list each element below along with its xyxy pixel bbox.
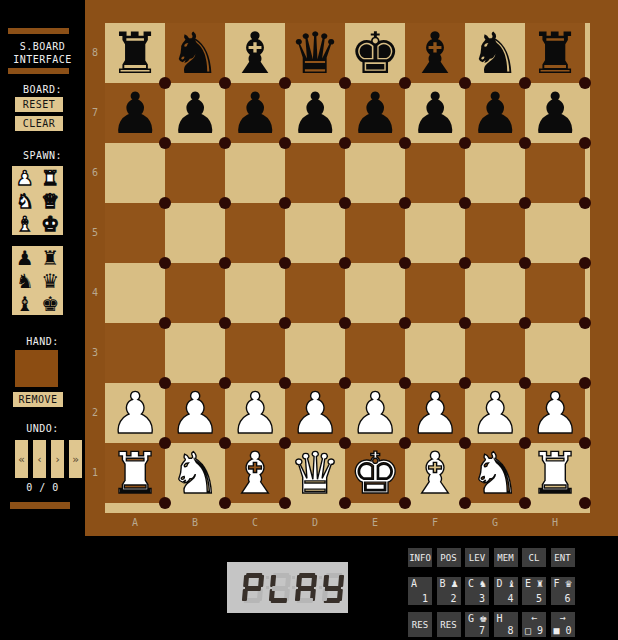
file-label-h: H: [525, 513, 585, 533]
square-a2[interactable]: ♟: [105, 383, 165, 443]
file-label-e: E: [345, 513, 405, 533]
arrow-left-icon: ←: [522, 612, 546, 623]
piece-white-knight[interactable]: ♞: [465, 443, 525, 503]
key-e5[interactable]: E♜5: [522, 577, 546, 605]
square-h4[interactable]: [525, 263, 585, 323]
piece-white-queen[interactable]: ♛: [285, 443, 345, 503]
piece-white-rook[interactable]: ♜: [105, 443, 165, 503]
spawn-white-bishop[interactable]: ♝: [12, 212, 38, 235]
key-cl[interactable]: CL: [522, 548, 546, 567]
key-label: RES: [437, 612, 461, 637]
queen-icon: ♛: [564, 579, 572, 589]
square-h2[interactable]: ♟: [525, 383, 585, 443]
key-f6[interactable]: F♛6: [551, 577, 575, 605]
king-icon: ♚: [479, 614, 487, 624]
square-g7[interactable]: ♟: [465, 83, 525, 143]
open-square-icon: □ 9: [522, 625, 546, 636]
seven-segment-display: [227, 562, 348, 613]
square-h7[interactable]: ♟: [525, 83, 585, 143]
key-g7[interactable]: G♚7: [465, 612, 489, 637]
spawn-white-rook[interactable]: ♜: [38, 166, 64, 189]
spawn-white-pawn[interactable]: ♟: [12, 166, 38, 189]
key-letter: G: [468, 613, 474, 624]
square-g6[interactable]: [465, 143, 525, 203]
white-rook-icon: ♜: [41, 167, 59, 189]
black-queen-icon: ♛: [41, 270, 59, 292]
display-digit-Y: [321, 573, 344, 603]
square-f5[interactable]: [405, 203, 465, 263]
key-label: INFO: [408, 548, 432, 567]
piece-black-king[interactable]: ♚: [345, 23, 405, 83]
key-digit: 8: [507, 625, 513, 636]
black-pawn-icon: ♟: [16, 247, 34, 269]
piece-white-pawn[interactable]: ♟: [405, 383, 465, 443]
square-e8[interactable]: ♚: [345, 23, 405, 83]
square-b7[interactable]: ♟: [165, 83, 225, 143]
square-f1[interactable]: ♝: [405, 443, 465, 503]
white-pawn-icon: ♟: [16, 167, 34, 189]
key-mem[interactable]: MEM: [494, 548, 518, 567]
rank-label-1: 1: [85, 443, 105, 503]
bishop-icon: ♝: [507, 579, 515, 589]
file-label-f: F: [405, 513, 465, 533]
key-label: LEV: [465, 548, 489, 567]
piece-black-pawn[interactable]: ♟: [465, 83, 525, 143]
undo-back-button[interactable]: ‹: [33, 440, 46, 478]
key-letter: F: [554, 578, 560, 589]
key-letter: E: [525, 578, 531, 589]
app-title-line2: INTERFACE: [0, 54, 85, 66]
piece-black-pawn[interactable]: ♟: [525, 83, 585, 143]
filled-square-icon: ■ 0: [551, 625, 575, 636]
remove-button[interactable]: REMOVE: [13, 392, 63, 407]
key-digit: 2: [450, 593, 456, 604]
rank-label-8: 8: [85, 23, 105, 83]
file-label-c: C: [225, 513, 285, 533]
square-a8[interactable]: ♜: [105, 23, 165, 83]
rank-label-2: 2: [85, 383, 105, 443]
piece-black-pawn[interactable]: ♟: [405, 83, 465, 143]
square-b8[interactable]: ♞: [165, 23, 225, 83]
piece-white-king[interactable]: ♚: [345, 443, 405, 503]
piece-black-rook[interactable]: ♜: [105, 23, 165, 83]
square-a6[interactable]: [105, 143, 165, 203]
divider-bar: [10, 502, 70, 509]
square-h8[interactable]: ♜: [525, 23, 585, 83]
piece-white-pawn[interactable]: ♟: [465, 383, 525, 443]
spawn-white-panel: ♟♜♞♛♝♚: [12, 166, 63, 235]
arrow-right-icon: →: [551, 612, 575, 623]
square-c1[interactable]: ♝: [225, 443, 285, 503]
square-d7[interactable]: ♟: [285, 83, 345, 143]
redo-forward-button[interactable]: ›: [51, 440, 64, 478]
rank-label-4: 4: [85, 263, 105, 323]
square-a5[interactable]: [105, 203, 165, 263]
square-e5[interactable]: [345, 203, 405, 263]
piece-white-pawn[interactable]: ♟: [105, 383, 165, 443]
black-rook-icon: ♜: [41, 247, 59, 269]
square-g3[interactable]: [465, 323, 525, 383]
piece-white-pawn[interactable]: ♟: [285, 383, 345, 443]
key-d4[interactable]: D♝4: [494, 577, 518, 605]
square-g4[interactable]: [465, 263, 525, 323]
rank-label-7: 7: [85, 83, 105, 143]
square-h3[interactable]: [525, 323, 585, 383]
square-h5[interactable]: [525, 203, 585, 263]
spawn-white-knight[interactable]: ♞: [12, 189, 38, 212]
piece-black-pawn[interactable]: ♟: [225, 83, 285, 143]
piece-black-queen[interactable]: ♛: [285, 23, 345, 83]
square-b3[interactable]: [165, 323, 225, 383]
rank-label-6: 6: [85, 143, 105, 203]
key-digit: 7: [479, 625, 485, 636]
spawn-white-king[interactable]: ♚: [38, 212, 64, 235]
square-a1[interactable]: ♜: [105, 443, 165, 503]
square-g8[interactable]: ♞: [465, 23, 525, 83]
key-pos[interactable]: POS: [437, 548, 461, 567]
spawn-black-panel: ♟♜♞♛♝♚: [12, 246, 63, 315]
black-king-icon: ♚: [41, 293, 59, 315]
app-title-line1: S.BOARD: [0, 41, 85, 53]
square-c4[interactable]: [225, 263, 285, 323]
black-bishop-icon: ♝: [16, 293, 34, 315]
key-letter: C: [468, 578, 474, 589]
piece-white-rook[interactable]: ♜: [525, 443, 585, 503]
square-a4[interactable]: [105, 263, 165, 323]
square-g2[interactable]: ♟: [465, 383, 525, 443]
piece-black-rook[interactable]: ♜: [525, 23, 585, 83]
square-c3[interactable]: [225, 323, 285, 383]
square-f7[interactable]: ♟: [405, 83, 465, 143]
piece-black-pawn[interactable]: ♟: [165, 83, 225, 143]
rank-label-5: 5: [85, 203, 105, 263]
file-label-b: B: [165, 513, 225, 533]
rook-icon: ♜: [536, 579, 544, 589]
piece-white-pawn[interactable]: ♟: [345, 383, 405, 443]
square-f4[interactable]: [405, 263, 465, 323]
square-b4[interactable]: [165, 263, 225, 323]
key-label: RES: [408, 612, 432, 637]
square-f2[interactable]: ♟: [405, 383, 465, 443]
square-f6[interactable]: [405, 143, 465, 203]
file-label-d: D: [285, 513, 345, 533]
key-digit: 4: [507, 593, 513, 604]
key-lev[interactable]: LEV: [465, 548, 489, 567]
square-e4[interactable]: [345, 263, 405, 323]
square-e7[interactable]: ♟: [345, 83, 405, 143]
square-a3[interactable]: [105, 323, 165, 383]
piece-black-knight[interactable]: ♞: [165, 23, 225, 83]
key-digit: 6: [564, 593, 570, 604]
redo-last-button[interactable]: »: [69, 440, 82, 478]
key-letter: H: [497, 613, 503, 624]
square-d1[interactable]: ♛: [285, 443, 345, 503]
square-f8[interactable]: ♝: [405, 23, 465, 83]
board-frame: 87654321 ♜♞♝♛♚♝♞♜♟♟♟♟♟♟♟♟♟♟♟♟♟♟♟♟♜♞♝♛♚♝♞…: [85, 0, 618, 536]
key-label: POS: [437, 548, 461, 567]
spawn-white-queen[interactable]: ♛: [38, 189, 64, 212]
square-e1[interactable]: ♚: [345, 443, 405, 503]
white-knight-icon: ♞: [16, 190, 34, 212]
piece-black-pawn[interactable]: ♟: [105, 83, 165, 143]
square-b2[interactable]: ♟: [165, 383, 225, 443]
square-d5[interactable]: [285, 203, 345, 263]
square-b6[interactable]: [165, 143, 225, 203]
display-dot: [292, 576, 295, 579]
board-squares: ♜♞♝♛♚♝♞♜♟♟♟♟♟♟♟♟♟♟♟♟♟♟♟♟♜♞♝♛♚♝♞♜: [105, 23, 585, 503]
key-label: ENT: [551, 548, 575, 567]
square-d2[interactable]: ♟: [285, 383, 345, 443]
square-d4[interactable]: [285, 263, 345, 323]
key-digit: 1: [422, 593, 428, 604]
square-a7[interactable]: ♟: [105, 83, 165, 143]
square-d6[interactable]: [285, 143, 345, 203]
file-label-g: G: [465, 513, 525, 533]
black-knight-icon: ♞: [16, 270, 34, 292]
display-digit-A: [295, 573, 318, 603]
key-res-1[interactable]: RES: [408, 612, 432, 637]
sensor-chessboard-app: S.BOARD INTERFACE BOARD: RESET CLEAR SPA…: [0, 0, 618, 640]
square-h6[interactable]: [525, 143, 585, 203]
square-g5[interactable]: [465, 203, 525, 263]
square-e2[interactable]: ♟: [345, 383, 405, 443]
undo-section-label: UNDO:: [0, 423, 85, 435]
key-forward-0[interactable]: →■ 0: [551, 612, 575, 637]
rank-label-3: 3: [85, 323, 105, 383]
square-c5[interactable]: [225, 203, 285, 263]
piece-black-pawn[interactable]: ♟: [345, 83, 405, 143]
key-info[interactable]: INFO: [408, 548, 432, 567]
piece-black-bishop[interactable]: ♝: [225, 23, 285, 83]
square-c2[interactable]: ♟: [225, 383, 285, 443]
undo-first-button[interactable]: «: [15, 440, 28, 478]
square-f3[interactable]: [405, 323, 465, 383]
piece-black-knight[interactable]: ♞: [465, 23, 525, 83]
piece-white-pawn[interactable]: ♟: [525, 383, 585, 443]
spawn-black-king[interactable]: ♚: [38, 292, 64, 315]
spawn-black-knight[interactable]: ♞: [12, 269, 38, 292]
divider-bar: [8, 28, 69, 34]
key-letter: A: [411, 578, 417, 589]
key-letter: D: [497, 578, 503, 589]
display-dot: [319, 586, 322, 589]
piece-white-knight[interactable]: ♞: [165, 443, 225, 503]
key-letter: B: [440, 578, 446, 589]
spawn-black-pawn[interactable]: ♟: [12, 246, 38, 269]
square-b1[interactable]: ♞: [165, 443, 225, 503]
white-king-icon: ♚: [41, 213, 59, 235]
hand-section-label: HAND:: [0, 336, 85, 348]
display-digit-P: [242, 573, 265, 603]
square-d3[interactable]: [285, 323, 345, 383]
reset-button[interactable]: RESET: [15, 97, 63, 112]
board-section-label: BOARD:: [0, 84, 85, 96]
key-digit: 5: [536, 593, 542, 604]
square-g1[interactable]: ♞: [465, 443, 525, 503]
piece-white-bishop[interactable]: ♝: [225, 443, 285, 503]
key-ent[interactable]: ENT: [551, 548, 575, 567]
hand-slot[interactable]: [15, 350, 58, 387]
display-dot: [292, 586, 295, 589]
key-digit: 3: [479, 593, 485, 604]
square-c8[interactable]: ♝: [225, 23, 285, 83]
square-c7[interactable]: ♟: [225, 83, 285, 143]
spawn-black-queen[interactable]: ♛: [38, 269, 64, 292]
clear-button[interactable]: CLEAR: [15, 116, 63, 131]
piece-white-bishop[interactable]: ♝: [405, 443, 465, 503]
square-b5[interactable]: [165, 203, 225, 263]
spawn-black-rook[interactable]: ♜: [38, 246, 64, 269]
knight-icon: ♞: [479, 579, 487, 589]
divider-bar: [8, 68, 69, 74]
key-h8[interactable]: H8: [494, 612, 518, 637]
key-c3[interactable]: C♞3: [465, 577, 489, 605]
key-b2[interactable]: B♟2: [437, 577, 461, 605]
piece-black-pawn[interactable]: ♟: [285, 83, 345, 143]
file-label-a: A: [105, 513, 165, 533]
piece-black-bishop[interactable]: ♝: [405, 23, 465, 83]
pawn-icon: ♟: [450, 579, 458, 589]
key-back-9[interactable]: ←□ 9: [522, 612, 546, 637]
square-e3[interactable]: [345, 323, 405, 383]
square-d8[interactable]: ♛: [285, 23, 345, 83]
display-digit-L: [268, 573, 291, 603]
key-a1[interactable]: A1: [408, 577, 432, 605]
white-bishop-icon: ♝: [16, 213, 34, 235]
square-h1[interactable]: ♜: [525, 443, 585, 503]
white-queen-icon: ♛: [41, 190, 59, 212]
sidebar: S.BOARD INTERFACE BOARD: RESET CLEAR SPA…: [0, 0, 85, 640]
piece-white-pawn[interactable]: ♟: [225, 383, 285, 443]
display-dot: [319, 576, 322, 579]
piece-white-pawn[interactable]: ♟: [165, 383, 225, 443]
display-dot: [266, 576, 269, 579]
key-label: MEM: [494, 548, 518, 567]
undo-counter: 0 / 0: [0, 482, 85, 494]
spawn-black-bishop[interactable]: ♝: [12, 292, 38, 315]
spawn-section-label: SPAWN:: [0, 150, 85, 162]
chess-board: ♜♞♝♛♚♝♞♜♟♟♟♟♟♟♟♟♟♟♟♟♟♟♟♟♜♞♝♛♚♝♞♜: [105, 23, 590, 513]
key-res-2[interactable]: RES: [437, 612, 461, 637]
key-label: CL: [522, 548, 546, 567]
display-dot: [266, 586, 269, 589]
square-e6[interactable]: [345, 143, 405, 203]
square-c6[interactable]: [225, 143, 285, 203]
